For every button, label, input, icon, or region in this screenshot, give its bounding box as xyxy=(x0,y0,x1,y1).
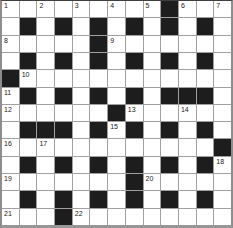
cell-r11-c9[interactable]: 20 xyxy=(144,174,161,190)
cell-r10-c9[interactable] xyxy=(144,157,161,173)
cell-r1-c2[interactable] xyxy=(20,1,37,17)
cell-r11-c10[interactable] xyxy=(161,174,178,190)
cell-r1-c6[interactable] xyxy=(90,1,107,17)
blocked-cell-r2-c4 xyxy=(55,18,72,34)
cell-r11-c7[interactable] xyxy=(108,174,125,190)
cell-r2-c3[interactable] xyxy=(37,18,54,34)
cell-r5-c10[interactable] xyxy=(161,70,178,86)
cell-r4-c7[interactable] xyxy=(108,53,125,69)
cell-r10-c7[interactable] xyxy=(108,157,125,173)
blocked-cell-r8-c2 xyxy=(20,122,37,138)
blocked-cell-r2-c2 xyxy=(20,18,37,34)
cell-r1-c4[interactable] xyxy=(55,1,72,17)
cell-r2-c1[interactable] xyxy=(2,18,19,34)
cell-r11-c2[interactable] xyxy=(20,174,37,190)
cell-r7-c11[interactable]: 14 xyxy=(179,105,196,121)
cell-r11-c6[interactable] xyxy=(90,174,107,190)
blocked-cell-r11-c8 xyxy=(126,174,143,190)
clue-number-1: 1 xyxy=(4,1,8,10)
cell-r11-c13[interactable] xyxy=(214,174,231,190)
cell-r10-c5[interactable] xyxy=(73,157,90,173)
blocked-cell-r4-c4 xyxy=(55,53,72,69)
blocked-cell-r13-c4 xyxy=(55,209,72,225)
cell-r13-c9[interactable] xyxy=(144,209,161,225)
cell-r10-c11[interactable] xyxy=(179,157,196,173)
blocked-cell-r6-c8 xyxy=(126,88,143,104)
cell-r5-c3[interactable] xyxy=(37,70,54,86)
cell-r5-c2[interactable]: 10 xyxy=(20,70,37,86)
cell-r13-c12[interactable] xyxy=(197,209,214,225)
cell-r7-c5[interactable] xyxy=(73,105,90,121)
cell-r7-c3[interactable] xyxy=(37,105,54,121)
blocked-cell-r8-c6 xyxy=(90,122,107,138)
cell-r9-c3[interactable]: 17 xyxy=(37,139,54,155)
cell-r4-c3[interactable] xyxy=(37,53,54,69)
blocked-cell-r4-c6 xyxy=(90,53,107,69)
cell-r2-c9[interactable] xyxy=(144,18,161,34)
clue-number-5: 5 xyxy=(146,1,150,10)
cell-r3-c2[interactable] xyxy=(20,36,37,52)
cell-r12-c5[interactable] xyxy=(73,191,90,207)
cell-r7-c9[interactable] xyxy=(144,105,161,121)
cell-r13-c5[interactable]: 22 xyxy=(73,209,90,225)
clue-number-20: 20 xyxy=(146,174,154,183)
blocked-cell-r8-c8 xyxy=(126,122,143,138)
cell-r12-c3[interactable] xyxy=(37,191,54,207)
blocked-cell-r2-c8 xyxy=(126,18,143,34)
cell-r8-c7[interactable]: 15 xyxy=(108,122,125,138)
blocked-cell-r12-c12 xyxy=(197,191,214,207)
cell-r5-c13[interactable] xyxy=(214,70,231,86)
blocked-cell-r6-c10 xyxy=(161,88,178,104)
cell-r11-c1[interactable]: 19 xyxy=(2,174,19,190)
cell-r3-c11[interactable] xyxy=(179,36,196,52)
cell-r9-c1[interactable]: 16 xyxy=(2,139,19,155)
cell-r7-c2[interactable] xyxy=(20,105,37,121)
cell-r4-c13[interactable] xyxy=(214,53,231,69)
clue-number-13: 13 xyxy=(128,105,136,114)
blocked-cell-r10-c4 xyxy=(55,157,72,173)
cell-r13-c1[interactable]: 21 xyxy=(2,209,19,225)
cell-r12-c7[interactable] xyxy=(108,191,125,207)
cell-r3-c7[interactable]: 9 xyxy=(108,36,125,52)
cell-r13-c6[interactable] xyxy=(90,209,107,225)
cell-r13-c8[interactable] xyxy=(126,209,143,225)
blocked-cell-r1-c10 xyxy=(161,1,178,17)
blocked-cell-r10-c8 xyxy=(126,157,143,173)
clue-number-16: 16 xyxy=(4,139,12,148)
cell-r9-c5[interactable] xyxy=(73,139,90,155)
clue-number-12: 12 xyxy=(4,105,12,114)
cell-r5-c5[interactable] xyxy=(73,70,90,86)
cell-r10-c13[interactable]: 18 xyxy=(214,157,231,173)
blocked-cell-r6-c2 xyxy=(20,88,37,104)
cell-r11-c11[interactable] xyxy=(179,174,196,190)
cell-r1-c7[interactable]: 4 xyxy=(108,1,125,17)
cell-r1-c3[interactable]: 2 xyxy=(37,1,54,17)
clue-number-9: 9 xyxy=(110,36,114,45)
cell-r6-c1[interactable]: 11 xyxy=(2,88,19,104)
cell-r4-c5[interactable] xyxy=(73,53,90,69)
cell-r4-c9[interactable] xyxy=(144,53,161,69)
blocked-cell-r8-c3 xyxy=(37,122,54,138)
cell-r3-c4[interactable] xyxy=(55,36,72,52)
blocked-cell-r3-c6 xyxy=(90,36,107,52)
crossword-puzzle: 12345678910111213141516171819202122 xyxy=(0,0,233,228)
blocked-cell-r12-c4 xyxy=(55,191,72,207)
clue-number-17: 17 xyxy=(39,139,47,148)
cell-r9-c11[interactable] xyxy=(179,139,196,155)
cell-r10-c3[interactable] xyxy=(37,157,54,173)
clue-number-21: 21 xyxy=(4,209,12,218)
clue-number-10: 10 xyxy=(22,70,30,79)
cell-r6-c7[interactable] xyxy=(108,88,125,104)
cell-r2-c5[interactable] xyxy=(73,18,90,34)
blocked-cell-r8-c12 xyxy=(197,122,214,138)
blocked-cell-r12-c8 xyxy=(126,191,143,207)
blocked-cell-r12-c2 xyxy=(20,191,37,207)
cell-r8-c1[interactable] xyxy=(2,122,19,138)
blocked-cell-r4-c2 xyxy=(20,53,37,69)
cell-r5-c8[interactable] xyxy=(126,70,143,86)
blocked-cell-r2-c6 xyxy=(90,18,107,34)
crossword-board: 12345678910111213141516171819202122 xyxy=(0,0,233,228)
clue-number-15: 15 xyxy=(110,122,118,131)
cell-r9-c2[interactable] xyxy=(20,139,37,155)
clue-number-2: 2 xyxy=(39,1,43,10)
cell-r6-c3[interactable] xyxy=(37,88,54,104)
blocked-cell-r9-c13 xyxy=(214,139,231,155)
cell-r13-c2[interactable] xyxy=(20,209,37,225)
cell-r5-c11[interactable] xyxy=(179,70,196,86)
cell-r8-c9[interactable] xyxy=(144,122,161,138)
cell-r7-c6[interactable] xyxy=(90,105,107,121)
blocked-cell-r6-c6 xyxy=(90,88,107,104)
cell-r7-c12[interactable] xyxy=(197,105,214,121)
blocked-cell-r10-c10 xyxy=(161,157,178,173)
cell-r13-c11[interactable] xyxy=(179,209,196,225)
cell-r1-c1[interactable]: 1 xyxy=(2,1,19,17)
cell-r1-c13[interactable]: 7 xyxy=(214,1,231,17)
blocked-cell-r2-c12 xyxy=(197,18,214,34)
cell-r5-c9[interactable] xyxy=(144,70,161,86)
blocked-cell-r10-c12 xyxy=(197,157,214,173)
blocked-cell-r7-c7 xyxy=(108,105,125,121)
cell-r4-c1[interactable] xyxy=(2,53,19,69)
cell-r9-c7[interactable] xyxy=(108,139,125,155)
cell-r1-c5[interactable]: 3 xyxy=(73,1,90,17)
cell-r9-c4[interactable] xyxy=(55,139,72,155)
blocked-cell-r4-c12 xyxy=(197,53,214,69)
cell-r12-c11[interactable] xyxy=(179,191,196,207)
clue-number-3: 3 xyxy=(75,1,79,10)
clue-number-8: 8 xyxy=(4,36,8,45)
clue-number-11: 11 xyxy=(4,88,11,97)
blocked-cell-r8-c4 xyxy=(55,122,72,138)
cell-r8-c11[interactable] xyxy=(179,122,196,138)
clue-number-14: 14 xyxy=(181,105,189,114)
cell-r13-c3[interactable] xyxy=(37,209,54,225)
blocked-cell-r6-c12 xyxy=(197,88,214,104)
blocked-cell-r4-c10 xyxy=(161,53,178,69)
cell-r6-c13[interactable] xyxy=(214,88,231,104)
clue-number-19: 19 xyxy=(4,174,12,183)
cell-r9-c8[interactable] xyxy=(126,139,143,155)
cell-r13-c7[interactable] xyxy=(108,209,125,225)
cell-r6-c5[interactable] xyxy=(73,88,90,104)
cell-r11-c3[interactable] xyxy=(37,174,54,190)
blocked-cell-r2-c10 xyxy=(161,18,178,34)
cell-r7-c13[interactable] xyxy=(214,105,231,121)
cell-r9-c6[interactable] xyxy=(90,139,107,155)
cell-r3-c3[interactable] xyxy=(37,36,54,52)
clue-number-7: 7 xyxy=(216,1,220,10)
cell-r13-c13[interactable] xyxy=(214,209,231,225)
cell-r1-c8[interactable] xyxy=(126,1,143,17)
cell-r11-c12[interactable] xyxy=(197,174,214,190)
cell-r11-c5[interactable] xyxy=(73,174,90,190)
cell-r3-c1[interactable]: 8 xyxy=(2,36,19,52)
cell-r5-c7[interactable] xyxy=(108,70,125,86)
blocked-cell-r6-c4 xyxy=(55,88,72,104)
cell-r11-c4[interactable] xyxy=(55,174,72,190)
cell-r7-c1[interactable]: 12 xyxy=(2,105,19,121)
clue-number-6: 6 xyxy=(181,1,185,10)
blocked-cell-r4-c8 xyxy=(126,53,143,69)
cell-r9-c10[interactable] xyxy=(161,139,178,155)
blocked-cell-r12-c10 xyxy=(161,191,178,207)
cell-r3-c5[interactable] xyxy=(73,36,90,52)
clue-number-18: 18 xyxy=(216,157,224,166)
cell-r1-c9[interactable]: 5 xyxy=(144,1,161,17)
clue-number-4: 4 xyxy=(110,1,114,10)
cell-r2-c11[interactable] xyxy=(179,18,196,34)
cell-r12-c1[interactable] xyxy=(2,191,19,207)
cell-r3-c10[interactable] xyxy=(161,36,178,52)
clue-number-22: 22 xyxy=(75,209,83,218)
cell-r8-c13[interactable] xyxy=(214,122,231,138)
cell-r3-c13[interactable] xyxy=(214,36,231,52)
cell-r10-c1[interactable] xyxy=(2,157,19,173)
cell-r12-c9[interactable] xyxy=(144,191,161,207)
cell-r8-c5[interactable] xyxy=(73,122,90,138)
cell-r9-c12[interactable] xyxy=(197,139,214,155)
blocked-cell-r6-c11 xyxy=(179,88,196,104)
blocked-cell-r10-c6 xyxy=(90,157,107,173)
cell-r7-c10[interactable] xyxy=(161,105,178,121)
cell-r7-c4[interactable] xyxy=(55,105,72,121)
cell-r13-c10[interactable] xyxy=(161,209,178,225)
cell-r7-c8[interactable]: 13 xyxy=(126,105,143,121)
cell-r4-c11[interactable] xyxy=(179,53,196,69)
cell-r12-c13[interactable] xyxy=(214,191,231,207)
blocked-cell-r8-c10 xyxy=(161,122,178,138)
cell-r3-c9[interactable] xyxy=(144,36,161,52)
blocked-cell-r5-c1 xyxy=(2,70,19,86)
blocked-cell-r10-c2 xyxy=(20,157,37,173)
cell-r3-c12[interactable] xyxy=(197,36,214,52)
cell-r3-c8[interactable] xyxy=(126,36,143,52)
cell-r2-c13[interactable] xyxy=(214,18,231,34)
blocked-cell-r12-c6 xyxy=(90,191,107,207)
cell-r1-c12[interactable] xyxy=(197,1,214,17)
cell-r6-c9[interactable] xyxy=(144,88,161,104)
cell-r1-c11[interactable]: 6 xyxy=(179,1,196,17)
cell-r5-c4[interactable] xyxy=(55,70,72,86)
cell-r5-c12[interactable] xyxy=(197,70,214,86)
cell-r2-c7[interactable] xyxy=(108,18,125,34)
cell-r9-c9[interactable] xyxy=(144,139,161,155)
cell-r5-c6[interactable] xyxy=(90,70,107,86)
